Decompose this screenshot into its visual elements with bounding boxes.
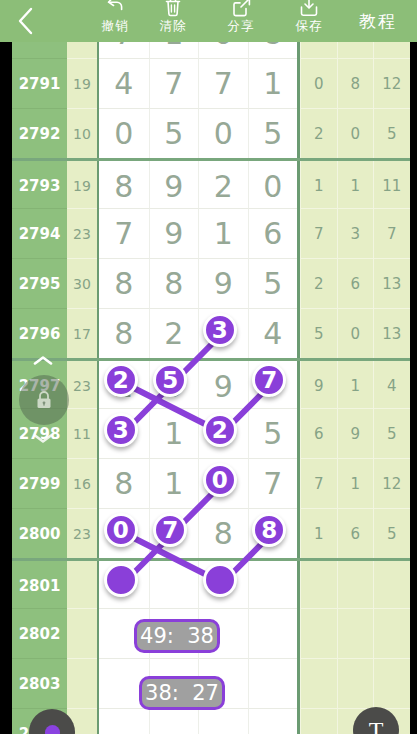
stat-cell-2: 0: [337, 308, 374, 358]
stat-cell-2: 1: [337, 361, 374, 408]
dot-tool-icon: [45, 725, 60, 734]
stat-cell-2: 8: [337, 58, 374, 108]
stat-cell-3: 5: [373, 508, 410, 558]
sum-cell: 17: [67, 308, 97, 358]
digit-cell-4[interactable]: 8: [248, 42, 298, 58]
table-row-2800: 2800230788165: [12, 508, 410, 558]
sum-cell: 23: [67, 208, 97, 258]
solid-dot-marker[interactable]: [104, 563, 138, 597]
stat-cell-1: 7: [300, 208, 337, 258]
lock-button[interactable]: [19, 375, 69, 425]
digit-cell-2[interactable]: 2: [149, 308, 199, 358]
back-button[interactable]: [14, 6, 40, 36]
sum-cell: 16: [67, 458, 97, 508]
digit-cell-1[interactable]: 7: [99, 208, 149, 258]
stat-cell-2: 1: [337, 458, 374, 508]
sum-cell: 19: [67, 161, 97, 208]
nav-bar: 撤销 清除 分享 保存: [0, 0, 417, 42]
stat-cell-1: 7: [300, 458, 337, 508]
table-row-2791: 27911947710812: [12, 58, 410, 108]
stat-cell-1: [300, 561, 337, 608]
stat-cell-1: 9: [300, 361, 337, 408]
period-cell: 2802: [12, 608, 67, 658]
stat-cell-3: 12: [373, 58, 410, 108]
stat-cell-3: 5: [373, 408, 410, 458]
digit-cell-2[interactable]: [149, 561, 199, 608]
stat-cell-2: [337, 658, 374, 708]
stat-cell-3: [373, 561, 410, 608]
stat-cell-1: 0: [300, 58, 337, 108]
digit-cell-4[interactable]: 4: [248, 308, 298, 358]
stat-cell-2: 0: [337, 108, 374, 158]
stat-cell-3: 13: [373, 258, 410, 308]
period-cell: 2792: [12, 108, 67, 158]
clear-label: 清除: [160, 19, 187, 33]
score-label[interactable]: 49: 38: [134, 619, 220, 653]
circled-digit[interactable]: 0: [104, 513, 138, 547]
digit-cell-3[interactable]: 1: [198, 208, 248, 258]
digit-cell-2[interactable]: 9: [149, 208, 199, 258]
sum-cell: 30: [67, 258, 97, 308]
digit-cell-4[interactable]: 0: [248, 161, 298, 208]
stat-cell-2: [337, 561, 374, 608]
sum-cell: [67, 658, 97, 708]
stat-cell-1: 6: [300, 408, 337, 458]
share-icon: [230, 0, 252, 18]
stat-cell-1: 1: [300, 508, 337, 558]
circled-digit[interactable]: 3: [104, 413, 138, 447]
sum-cell: 10: [67, 108, 97, 158]
chevron-up-icon[interactable]: [33, 356, 53, 365]
undo-button[interactable]: 撤销: [90, 0, 140, 42]
sum-cell: 23: [67, 508, 97, 558]
period-cell: 2800: [12, 508, 67, 558]
stat-cell-2: 1: [337, 161, 374, 208]
circled-digit[interactable]: 8: [252, 513, 286, 547]
digit-cell-4[interactable]: 6: [248, 208, 298, 258]
sum-cell: [67, 42, 97, 58]
stat-cell-3: 7: [373, 208, 410, 258]
table-row-2797: 2797232597914: [12, 358, 410, 408]
table-row-2793: 27931989201111: [12, 158, 410, 208]
table-row-2794: 2794237916737: [12, 208, 410, 258]
sum-cell: 19: [67, 58, 97, 108]
period-cell: 2791: [12, 58, 67, 108]
sum-cell: 23: [67, 361, 97, 408]
solid-dot-marker[interactable]: [203, 563, 237, 597]
circled-digit[interactable]: 2: [104, 363, 138, 397]
stat-cell-1: [300, 608, 337, 658]
digit-cell-4[interactable]: [248, 608, 298, 658]
clear-button[interactable]: 清除: [148, 0, 198, 42]
circled-digit[interactable]: 7: [252, 363, 286, 397]
period-cell: 2793: [12, 161, 67, 208]
circled-digit[interactable]: 5: [153, 363, 187, 397]
period-cell: 2796: [12, 308, 67, 358]
digit-cell-3[interactable]: 9: [198, 361, 248, 408]
chevron-down-icon[interactable]: [33, 434, 53, 443]
period-cell: 2795: [12, 258, 67, 308]
sum-cell: 11: [67, 408, 97, 458]
table-row-top-partial: 71083811: [12, 42, 410, 58]
digit-cell-2[interactable]: 5: [149, 108, 199, 158]
table-row-2792: 2792100505205: [12, 108, 410, 158]
digit-cell-3[interactable]: 7: [198, 58, 248, 108]
stat-cell-3: 11: [373, 42, 410, 58]
digit-cell-2[interactable]: 1: [149, 458, 199, 508]
stat-cell-3: 4: [373, 361, 410, 408]
save-label: 保存: [296, 19, 323, 33]
download-icon: [298, 0, 320, 18]
stat-cell-3: 11: [373, 161, 410, 208]
stat-cell-1: 3: [300, 42, 337, 58]
stat-cell-1: [300, 658, 337, 708]
undo-label: 撤销: [102, 19, 129, 33]
digit-cell-1[interactable]: 7: [99, 42, 149, 58]
digit-cell-2[interactable]: 1: [149, 42, 199, 58]
digit-cell-1[interactable]: 8: [99, 308, 149, 358]
stat-cell-2: 6: [337, 258, 374, 308]
undo-icon: [104, 0, 126, 18]
digit-cell-4[interactable]: 1: [248, 58, 298, 108]
digit-cell-4[interactable]: [248, 708, 298, 734]
digit-cell-4[interactable]: 5: [248, 108, 298, 158]
digit-cell-1[interactable]: 8: [99, 161, 149, 208]
digit-cell-4[interactable]: 5: [248, 408, 298, 458]
digit-cell-3[interactable]: 8: [198, 508, 248, 558]
stat-cell-1: 1: [300, 161, 337, 208]
stat-cell-3: 5: [373, 108, 410, 158]
stat-cell-3: [373, 658, 410, 708]
stat-cell-2: 3: [337, 208, 374, 258]
digit-cell-2[interactable]: 8: [149, 258, 199, 308]
circled-digit[interactable]: 3: [203, 313, 237, 347]
stat-cell-2: 8: [337, 42, 374, 58]
digit-cell-4[interactable]: [248, 658, 298, 708]
lock-icon: [32, 388, 56, 412]
digit-cell-2[interactable]: 9: [149, 161, 199, 208]
stat-cell-1: 2: [300, 108, 337, 158]
digit-cell-1[interactable]: 0: [99, 108, 149, 158]
stat-cell-1: 5: [300, 308, 337, 358]
score-label[interactable]: 38: 27: [139, 676, 225, 710]
digit-cell-3[interactable]: 2: [198, 161, 248, 208]
stat-cell-2: 9: [337, 408, 374, 458]
period-cell: 2799: [12, 458, 67, 508]
share-button[interactable]: 分享: [216, 0, 266, 42]
table-row-2795: 27953088952613: [12, 258, 410, 308]
trash-icon: [162, 0, 184, 18]
digit-cell-2[interactable]: [149, 708, 199, 734]
digit-cell-2[interactable]: 7: [149, 58, 199, 108]
stat-cell-1: [300, 708, 337, 734]
digit-cell-3[interactable]: 0: [198, 42, 248, 58]
period-cell: 2803: [12, 658, 67, 708]
period-cell: 2801: [12, 561, 67, 608]
digit-cell-3[interactable]: [198, 708, 248, 734]
stat-cell-2: 6: [337, 508, 374, 558]
digit-cell-2[interactable]: 1: [149, 408, 199, 458]
period-cell: 2794: [12, 208, 67, 258]
sum-cell: [67, 608, 97, 658]
sum-cell: [67, 561, 97, 608]
digit-cell-1[interactable]: 4: [99, 58, 149, 108]
share-label: 分享: [228, 19, 255, 33]
stat-cell-1: 2: [300, 258, 337, 308]
save-button[interactable]: 保存: [284, 0, 334, 42]
digit-cell-1[interactable]: [99, 708, 149, 734]
period-cell: [12, 42, 67, 58]
circled-digit[interactable]: 2: [203, 413, 237, 447]
circled-digit[interactable]: 7: [153, 513, 187, 547]
digit-cell-1[interactable]: 8: [99, 258, 149, 308]
digit-cell-3[interactable]: 0: [198, 108, 248, 158]
digit-cell-4[interactable]: 7: [248, 458, 298, 508]
circled-digit[interactable]: 0: [203, 463, 237, 497]
digit-cell-4[interactable]: [248, 561, 298, 608]
stat-cell-2: [337, 608, 374, 658]
digit-cell-1[interactable]: 8: [99, 458, 149, 508]
digit-cell-4[interactable]: 5: [248, 258, 298, 308]
tutorial-button[interactable]: 教程: [348, 0, 408, 42]
digit-cell-3[interactable]: 9: [198, 258, 248, 308]
stat-cell-3: 13: [373, 308, 410, 358]
stat-cell-3: 12: [373, 458, 410, 508]
app-screen: 7108381127911947710812279210050520527931…: [0, 0, 417, 734]
stat-cell-3: [373, 608, 410, 658]
